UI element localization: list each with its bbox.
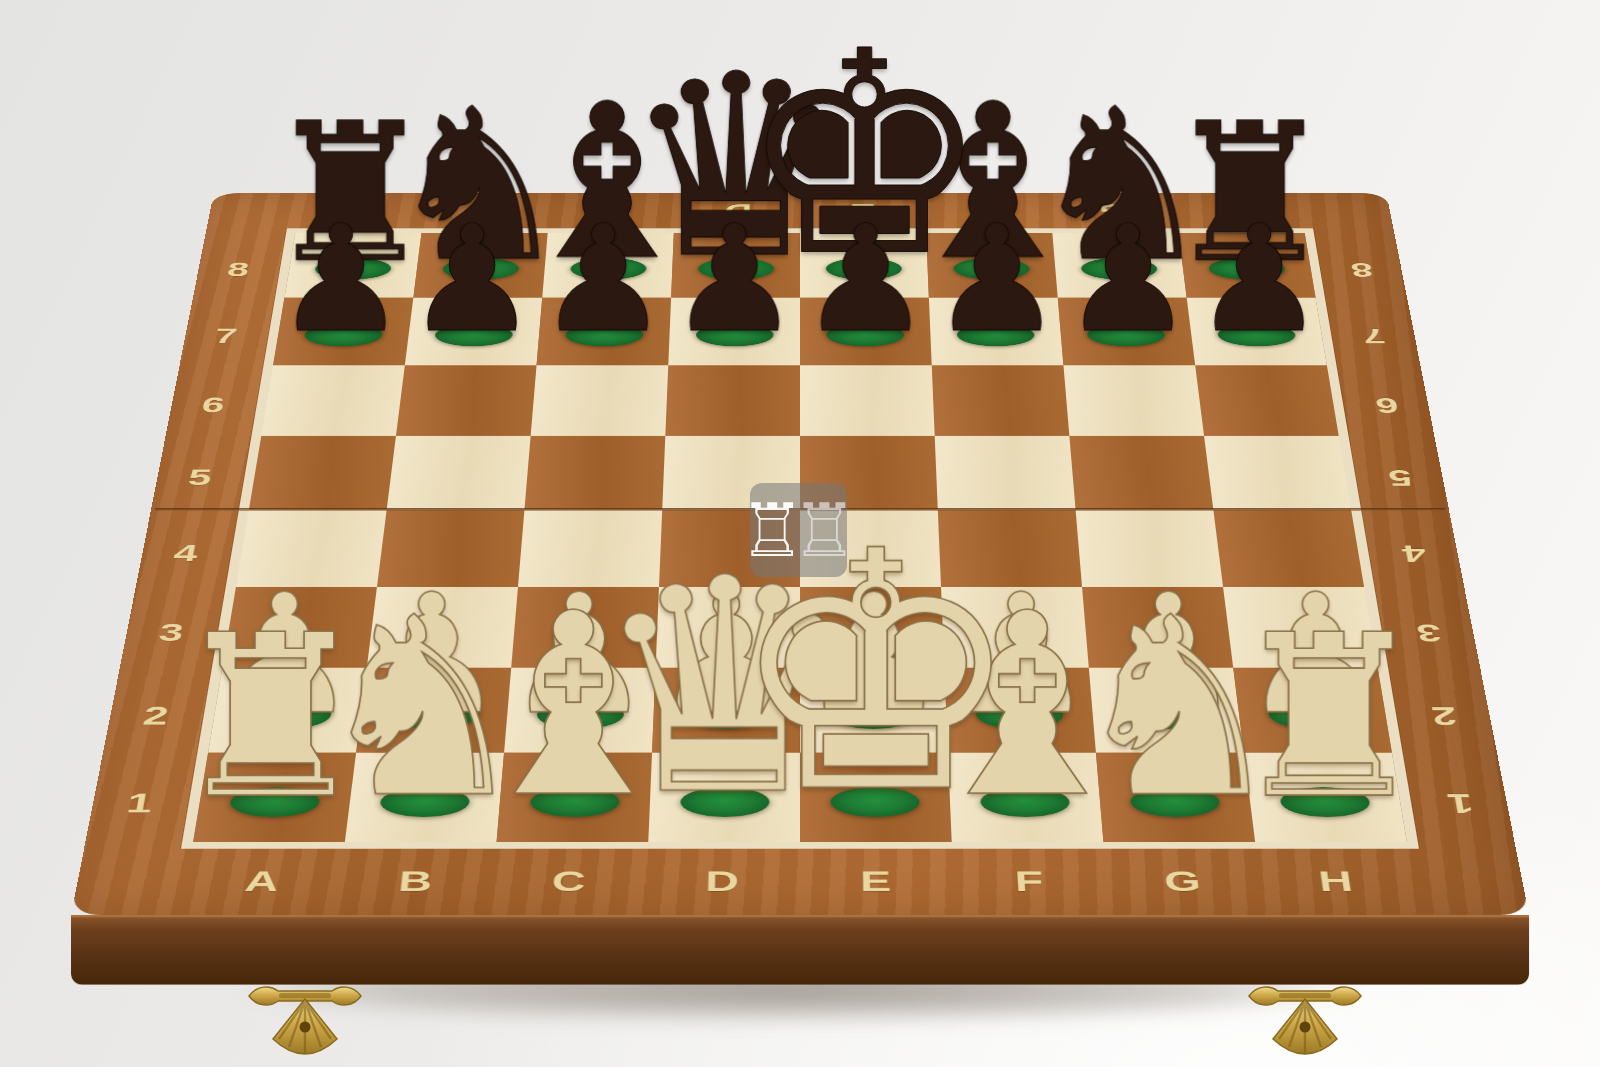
watermark: ♖ ♖ (750, 483, 847, 577)
black-pawn[interactable]: ♟ (668, 205, 800, 352)
square-a6[interactable] (261, 365, 405, 436)
board-front-edge (71, 915, 1529, 985)
black-pawn[interactable]: ♟ (1062, 205, 1194, 352)
square-a7[interactable]: ♟ (273, 298, 413, 366)
rank-label-left-7: 7 (213, 324, 241, 348)
black-pawn[interactable]: ♟ (1193, 205, 1325, 352)
square-e7[interactable]: ♟ (800, 298, 932, 366)
rank-label-left-8: 8 (225, 258, 253, 281)
black-pawn[interactable]: ♟ (800, 205, 932, 352)
square-f7[interactable]: ♟ (929, 298, 1064, 366)
watermark-rook-icon: ♖ (792, 493, 858, 567)
square-e1[interactable]: ♚ (800, 753, 952, 842)
square-b6[interactable] (396, 365, 537, 436)
rank-label-left-6: 6 (200, 393, 229, 418)
square-h6[interactable] (1195, 365, 1339, 436)
black-pawn[interactable]: ♟ (275, 205, 407, 352)
clasp-left (243, 981, 367, 1065)
black-pawn[interactable]: ♟ (406, 205, 538, 352)
square-h7[interactable]: ♟ (1187, 298, 1327, 366)
square-g7[interactable]: ♟ (1058, 298, 1195, 366)
square-d7[interactable]: ♟ (668, 298, 800, 366)
black-pawn[interactable]: ♟ (537, 205, 669, 352)
rank-label-right-7: 7 (1359, 324, 1387, 348)
rank-label-right-6: 6 (1371, 393, 1400, 418)
square-g1[interactable]: ♞ (1096, 753, 1255, 842)
square-g6[interactable] (1063, 365, 1204, 436)
square-c7[interactable]: ♟ (537, 298, 672, 366)
rank-label-left-2: 2 (141, 701, 173, 731)
black-pawn[interactable]: ♟ (931, 205, 1063, 352)
square-d6[interactable] (665, 365, 800, 436)
square-c6[interactable] (531, 365, 669, 436)
white-knight[interactable]: ♞ (1068, 585, 1289, 832)
square-e6[interactable] (800, 365, 935, 436)
clasp-right (1243, 981, 1367, 1065)
rank-label-right-8: 8 (1347, 258, 1375, 281)
photo-background: ♜♞♝♛♚♝♞♜♟♟♟♟♟♟♟♟♟♟♟♟♟♟♟♟♜♞♝♛♚♝♞♜ AABBCCD… (0, 0, 1600, 1067)
rank-label-right-2: 2 (1427, 701, 1459, 731)
square-b7[interactable]: ♟ (405, 298, 542, 366)
square-f6[interactable] (932, 365, 1070, 436)
